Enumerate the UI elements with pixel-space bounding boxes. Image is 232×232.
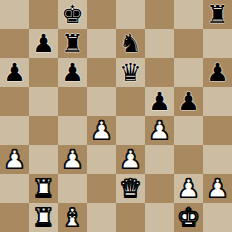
- square-b1[interactable]: ♜: [29, 203, 58, 232]
- square-a6[interactable]: ♟: [0, 58, 29, 87]
- square-e8[interactable]: [116, 0, 145, 29]
- square-c2[interactable]: [58, 174, 87, 203]
- piece-black-rook[interactable]: ♜: [61, 29, 83, 58]
- square-d7[interactable]: [87, 29, 116, 58]
- piece-black-king[interactable]: ♚: [61, 0, 83, 29]
- piece-white-pawn[interactable]: ♟: [206, 174, 228, 203]
- square-b6[interactable]: [29, 58, 58, 87]
- square-c5[interactable]: [58, 87, 87, 116]
- square-g3[interactable]: [174, 145, 203, 174]
- square-d8[interactable]: [87, 0, 116, 29]
- square-c1[interactable]: ♝: [58, 203, 87, 232]
- square-d1[interactable]: [87, 203, 116, 232]
- square-a5[interactable]: [0, 87, 29, 116]
- square-h5[interactable]: [203, 87, 232, 116]
- square-g1[interactable]: ♚: [174, 203, 203, 232]
- square-c3[interactable]: ♟: [58, 145, 87, 174]
- square-g6[interactable]: [174, 58, 203, 87]
- piece-black-knight[interactable]: ♞: [119, 29, 141, 58]
- square-c6[interactable]: ♟: [58, 58, 87, 87]
- square-e4[interactable]: [116, 116, 145, 145]
- square-g7[interactable]: [174, 29, 203, 58]
- square-d4[interactable]: ♟: [87, 116, 116, 145]
- piece-white-pawn[interactable]: ♟: [3, 145, 25, 174]
- square-e6[interactable]: ♛: [116, 58, 145, 87]
- square-e5[interactable]: [116, 87, 145, 116]
- square-e3[interactable]: ♟: [116, 145, 145, 174]
- square-h1[interactable]: [203, 203, 232, 232]
- piece-white-pawn[interactable]: ♟: [90, 116, 112, 145]
- square-g4[interactable]: [174, 116, 203, 145]
- square-f1[interactable]: [145, 203, 174, 232]
- square-h8[interactable]: ♜: [203, 0, 232, 29]
- square-f2[interactable]: [145, 174, 174, 203]
- piece-black-pawn[interactable]: ♟: [177, 87, 199, 116]
- square-b2[interactable]: ♜: [29, 174, 58, 203]
- square-f6[interactable]: [145, 58, 174, 87]
- piece-white-rook[interactable]: ♜: [32, 203, 54, 232]
- square-c4[interactable]: [58, 116, 87, 145]
- piece-black-pawn[interactable]: ♟: [32, 29, 54, 58]
- square-e2[interactable]: ♛: [116, 174, 145, 203]
- square-h2[interactable]: ♟: [203, 174, 232, 203]
- square-d2[interactable]: [87, 174, 116, 203]
- piece-white-queen[interactable]: ♛: [119, 174, 141, 203]
- square-c7[interactable]: ♜: [58, 29, 87, 58]
- square-f4[interactable]: ♟: [145, 116, 174, 145]
- square-h6[interactable]: ♟: [203, 58, 232, 87]
- piece-white-pawn[interactable]: ♟: [177, 174, 199, 203]
- square-f5[interactable]: ♟: [145, 87, 174, 116]
- square-e1[interactable]: [116, 203, 145, 232]
- square-a8[interactable]: [0, 0, 29, 29]
- square-a3[interactable]: ♟: [0, 145, 29, 174]
- piece-black-queen[interactable]: ♛: [119, 58, 141, 87]
- square-h7[interactable]: [203, 29, 232, 58]
- square-h4[interactable]: [203, 116, 232, 145]
- piece-white-bishop[interactable]: ♝: [61, 203, 83, 232]
- square-d5[interactable]: [87, 87, 116, 116]
- square-b8[interactable]: [29, 0, 58, 29]
- square-f8[interactable]: [145, 0, 174, 29]
- square-h3[interactable]: [203, 145, 232, 174]
- piece-white-pawn[interactable]: ♟: [61, 145, 83, 174]
- square-b7[interactable]: ♟: [29, 29, 58, 58]
- piece-black-rook[interactable]: ♜: [206, 0, 228, 29]
- square-g5[interactable]: ♟: [174, 87, 203, 116]
- chess-board: ♚♜♟♜♞♟♟♛♟♟♟♟♟♟♟♟♜♛♟♟♜♝♚: [0, 0, 232, 232]
- piece-black-pawn[interactable]: ♟: [206, 58, 228, 87]
- piece-white-rook[interactable]: ♜: [32, 174, 54, 203]
- square-a1[interactable]: [0, 203, 29, 232]
- square-d3[interactable]: [87, 145, 116, 174]
- piece-black-pawn[interactable]: ♟: [61, 58, 83, 87]
- piece-white-king[interactable]: ♚: [177, 203, 199, 232]
- square-g2[interactable]: ♟: [174, 174, 203, 203]
- square-b3[interactable]: [29, 145, 58, 174]
- chess-board-container: ♚♜♟♜♞♟♟♛♟♟♟♟♟♟♟♟♜♛♟♟♜♝♚: [0, 0, 232, 232]
- square-b4[interactable]: [29, 116, 58, 145]
- square-g8[interactable]: [174, 0, 203, 29]
- piece-white-pawn[interactable]: ♟: [148, 116, 170, 145]
- piece-black-pawn[interactable]: ♟: [148, 87, 170, 116]
- square-c8[interactable]: ♚: [58, 0, 87, 29]
- square-a4[interactable]: [0, 116, 29, 145]
- piece-white-pawn[interactable]: ♟: [119, 145, 141, 174]
- piece-black-pawn[interactable]: ♟: [3, 58, 25, 87]
- square-d6[interactable]: [87, 58, 116, 87]
- square-a2[interactable]: [0, 174, 29, 203]
- square-f3[interactable]: [145, 145, 174, 174]
- square-b5[interactable]: [29, 87, 58, 116]
- square-a7[interactable]: [0, 29, 29, 58]
- square-e7[interactable]: ♞: [116, 29, 145, 58]
- square-f7[interactable]: [145, 29, 174, 58]
